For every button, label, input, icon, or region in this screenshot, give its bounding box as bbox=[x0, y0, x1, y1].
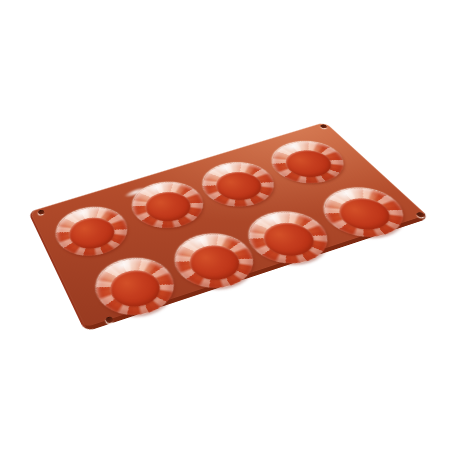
product-photo bbox=[0, 0, 458, 458]
cavity-row1-col1 bbox=[47, 200, 138, 264]
cavity-bottom-disc bbox=[330, 193, 399, 235]
cavity-grid bbox=[30, 122, 325, 212]
hang-hole-3 bbox=[415, 212, 425, 218]
cavity-row1-col2 bbox=[122, 175, 215, 236]
cavity-bottom-disc bbox=[182, 240, 248, 285]
cavity-bottom-disc bbox=[103, 265, 167, 313]
cavity-bottom-disc bbox=[209, 168, 270, 205]
hang-hole-4 bbox=[104, 316, 113, 324]
cavity-row1-col4 bbox=[260, 135, 358, 191]
cavity-row2-col1 bbox=[85, 250, 186, 324]
cavity-bottom-disc bbox=[278, 146, 340, 182]
cavity-bottom-disc bbox=[63, 213, 121, 254]
hang-hole-1 bbox=[37, 209, 44, 215]
cavity-bottom-disc bbox=[255, 218, 323, 262]
hang-hole-2 bbox=[319, 124, 327, 129]
mold-transform-wrap bbox=[28, 122, 430, 332]
cavity-bottom-disc bbox=[139, 187, 198, 226]
mold-tray bbox=[28, 122, 430, 332]
